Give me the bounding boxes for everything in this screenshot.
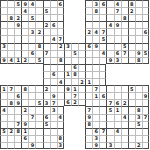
cell-r6c14[interactable] <box>99 43 106 50</box>
cell-r20c14[interactable] <box>99 142 106 149</box>
cell-r1c4[interactable] <box>28 7 35 14</box>
cell-r9c6[interactable] <box>43 64 50 71</box>
cell-r3c18[interactable] <box>128 21 135 28</box>
void-r9c15 <box>106 64 113 71</box>
cell-r19c19[interactable] <box>135 135 142 142</box>
cell-r3c8[interactable] <box>57 21 64 28</box>
cell-r12c16[interactable] <box>114 85 121 92</box>
cell-r15c13[interactable] <box>92 106 99 113</box>
cell-r19c12[interactable] <box>85 135 92 142</box>
cell-r6c4[interactable] <box>28 43 35 50</box>
cell-r5c12[interactable] <box>85 35 92 42</box>
cell-r2c7[interactable] <box>50 14 57 21</box>
cell-r8c18[interactable] <box>128 57 135 64</box>
cell-r2c13[interactable] <box>92 14 99 21</box>
void-r10c4 <box>28 71 35 78</box>
cell-r1c14[interactable] <box>99 7 106 14</box>
cell-r14c4[interactable] <box>28 99 35 106</box>
cell-r19c16[interactable] <box>114 135 121 142</box>
cell-r6c11[interactable] <box>78 43 85 50</box>
cell-r5c6[interactable] <box>43 35 50 42</box>
cell-r16c18[interactable] <box>128 114 135 121</box>
cell-r5c13[interactable] <box>92 35 99 42</box>
cell-r12c17[interactable] <box>121 85 128 92</box>
cell-r8c13[interactable] <box>92 57 99 64</box>
cell-r11c13[interactable] <box>92 78 99 85</box>
void-r0c11 <box>78 0 85 7</box>
cell-r5c19[interactable] <box>135 35 142 42</box>
cell-r6c15[interactable] <box>106 43 113 50</box>
cell-r12c5[interactable] <box>35 85 42 92</box>
cell-r12c7[interactable] <box>50 85 57 92</box>
cell-r10c6[interactable] <box>43 71 50 78</box>
cell-r4c7[interactable] <box>50 28 57 35</box>
cell-r1c0[interactable] <box>0 7 7 14</box>
cell-r10c13[interactable] <box>92 71 99 78</box>
given-digit-r14c17: 2 <box>121 99 128 106</box>
cell-r4c3[interactable] <box>21 28 28 35</box>
cell-r20c5[interactable] <box>35 142 42 149</box>
void-r5c9 <box>64 35 71 42</box>
cell-r14c11[interactable] <box>78 99 85 106</box>
cell-r17c8[interactable] <box>57 121 64 128</box>
cell-r13c9[interactable] <box>64 92 71 99</box>
given-digit-r5c14: 5 <box>99 35 106 42</box>
cell-r13c5[interactable] <box>35 92 42 99</box>
void-r20c11 <box>78 142 85 149</box>
cell-r11c6[interactable] <box>43 78 50 85</box>
void-r16c11 <box>78 114 85 121</box>
cell-r20c7[interactable] <box>50 142 57 149</box>
void-r15c9 <box>64 106 71 113</box>
void-r3c10 <box>71 21 78 28</box>
cell-r3c3[interactable] <box>21 21 28 28</box>
cell-r15c18[interactable] <box>128 106 135 113</box>
cell-r0c19[interactable] <box>135 0 142 7</box>
cell-r17c7[interactable] <box>50 121 57 128</box>
cell-r2c19[interactable] <box>135 14 142 21</box>
cell-r13c6[interactable] <box>43 92 50 99</box>
cell-r2c5[interactable] <box>35 14 42 21</box>
cell-r2c8[interactable] <box>57 14 64 21</box>
cell-r2c14[interactable] <box>99 14 106 21</box>
cell-r16c1[interactable] <box>7 114 14 121</box>
cell-r6c20[interactable] <box>142 43 149 50</box>
cell-r17c14[interactable] <box>99 121 106 128</box>
cell-r17c17[interactable] <box>121 121 128 128</box>
cell-r4c1[interactable] <box>7 28 14 35</box>
cell-r16c16[interactable] <box>114 114 121 121</box>
cell-r4c15[interactable] <box>106 28 113 35</box>
cell-r7c15[interactable] <box>106 50 113 57</box>
cell-r9c8[interactable] <box>57 64 64 71</box>
cell-r7c9[interactable] <box>64 50 71 57</box>
cell-r2c16[interactable] <box>114 14 121 21</box>
cell-r13c1[interactable] <box>7 92 14 99</box>
cell-r19c17[interactable] <box>121 135 128 142</box>
cell-r3c4[interactable] <box>28 21 35 28</box>
cell-r7c1[interactable] <box>7 50 14 57</box>
cell-r10c11[interactable] <box>78 71 85 78</box>
cell-r1c15[interactable] <box>106 7 113 14</box>
void-r9c17 <box>121 64 128 71</box>
cell-r5c1[interactable] <box>7 35 14 42</box>
cell-r13c4[interactable] <box>28 92 35 99</box>
cell-r19c20[interactable] <box>142 135 149 142</box>
cell-r10c8[interactable] <box>57 71 64 78</box>
cell-r6c2[interactable] <box>14 43 21 50</box>
cell-r20c17[interactable] <box>121 142 128 149</box>
given-digit-r8c1: 4 <box>7 57 14 64</box>
cell-r8c14[interactable] <box>99 57 106 64</box>
cell-r5c17[interactable] <box>121 35 128 42</box>
cell-r18c5[interactable] <box>35 128 42 135</box>
void-r10c20 <box>142 71 149 78</box>
given-digit-r1c6: 5 <box>43 7 50 14</box>
cell-r8c6[interactable] <box>43 57 50 64</box>
cell-r9c11[interactable] <box>78 64 85 71</box>
cell-r6c19[interactable] <box>135 43 142 50</box>
cell-r18c15[interactable] <box>106 128 113 135</box>
cell-r2c3[interactable] <box>21 14 28 21</box>
cell-r11c14[interactable] <box>99 78 106 85</box>
cell-r15c5[interactable] <box>35 106 42 113</box>
cell-r0c15[interactable] <box>106 0 113 7</box>
void-r1c9 <box>64 7 71 14</box>
void-r10c3 <box>21 71 28 78</box>
cell-r16c14[interactable] <box>99 114 106 121</box>
cell-r17c18[interactable] <box>128 121 135 128</box>
cell-r17c1[interactable] <box>7 121 14 128</box>
cell-r6c18[interactable] <box>128 43 135 50</box>
cell-r14c19[interactable] <box>135 99 142 106</box>
cell-r9c7[interactable] <box>50 64 57 71</box>
cell-r19c5[interactable] <box>35 135 42 142</box>
cell-r5c15[interactable] <box>106 35 113 42</box>
given-digit-r6c5: 8 <box>35 43 42 50</box>
given-digit-r12c1: 7 <box>7 85 14 92</box>
cell-r13c15[interactable] <box>106 92 113 99</box>
cell-r6c7[interactable] <box>50 43 57 50</box>
given-digit-r4c20: 6 <box>142 28 149 35</box>
cell-r1c2[interactable] <box>14 7 21 14</box>
cell-r0c0[interactable] <box>0 0 7 7</box>
cell-r20c16[interactable] <box>114 142 121 149</box>
cell-r4c18[interactable] <box>128 28 135 35</box>
cell-r8c10[interactable] <box>71 57 78 64</box>
cell-r13c18[interactable] <box>128 92 135 99</box>
cell-r11c10[interactable] <box>71 78 78 85</box>
cell-r7c5[interactable] <box>35 50 42 57</box>
cell-r13c12[interactable] <box>85 92 92 99</box>
cell-r7c2[interactable] <box>14 50 21 57</box>
cell-r14c3[interactable] <box>21 99 28 106</box>
cell-r17c16[interactable] <box>114 121 121 128</box>
cell-r6c6[interactable] <box>43 43 50 50</box>
cell-r3c19[interactable] <box>135 21 142 28</box>
cell-r13c19[interactable] <box>135 92 142 99</box>
cell-r0c17[interactable] <box>121 0 128 7</box>
void-r9c5 <box>35 64 42 71</box>
cell-r14c18[interactable] <box>128 99 135 106</box>
given-digit-r3c15: 4 <box>106 21 113 28</box>
cell-r0c7[interactable] <box>50 0 57 7</box>
cell-r18c12[interactable] <box>85 128 92 135</box>
void-r11c2 <box>14 78 21 85</box>
given-digit-r18c1: 2 <box>7 128 14 135</box>
cell-r1c17[interactable] <box>121 7 128 14</box>
cell-r14c20[interactable] <box>142 99 149 106</box>
cell-r19c14[interactable] <box>99 135 106 142</box>
cell-r0c5[interactable] <box>35 0 42 7</box>
cell-r12c15[interactable] <box>106 85 113 92</box>
cell-r12c11[interactable] <box>78 85 85 92</box>
cell-r15c20[interactable] <box>142 106 149 113</box>
cell-r20c6[interactable] <box>43 142 50 149</box>
cell-r1c12[interactable] <box>85 7 92 14</box>
cell-r0c12[interactable] <box>85 0 92 7</box>
cell-r17c15[interactable] <box>106 121 113 128</box>
cell-r13c8[interactable] <box>57 92 64 99</box>
void-r11c18 <box>128 78 135 85</box>
cell-r13c3[interactable] <box>21 92 28 99</box>
cell-r13c16[interactable] <box>114 92 121 99</box>
cell-r18c6[interactable] <box>43 128 50 135</box>
cell-r7c7[interactable] <box>50 50 57 57</box>
cell-r8c20[interactable] <box>142 57 149 64</box>
cell-r14c8[interactable] <box>57 99 64 106</box>
cell-r3c1[interactable] <box>7 21 14 28</box>
cell-r19c2[interactable] <box>14 135 21 142</box>
cell-r7c0[interactable] <box>0 50 7 57</box>
cell-r2c20[interactable] <box>142 14 149 21</box>
cell-r4c8[interactable] <box>57 28 64 35</box>
cell-r20c0[interactable] <box>0 142 7 149</box>
cell-r14c13[interactable] <box>92 99 99 106</box>
cell-r3c13[interactable] <box>92 21 99 28</box>
cell-r18c8[interactable] <box>57 128 64 135</box>
given-digit-r12c6: 2 <box>43 85 50 92</box>
cell-r20c1[interactable] <box>7 142 14 149</box>
cell-r19c1[interactable] <box>7 135 14 142</box>
given-digit-r18c14: 7 <box>99 128 106 135</box>
cell-r3c0[interactable] <box>0 21 7 28</box>
cell-r5c5[interactable] <box>35 35 42 42</box>
cell-r9c12[interactable] <box>85 64 92 71</box>
cell-r17c20[interactable] <box>142 121 149 128</box>
cell-r16c3[interactable] <box>21 114 28 121</box>
cell-r9c13[interactable] <box>92 64 99 71</box>
void-r5c10 <box>71 35 78 42</box>
cell-r1c19[interactable] <box>135 7 142 14</box>
cell-r15c2[interactable] <box>14 106 21 113</box>
void-r2c10 <box>71 14 78 21</box>
cell-r10c12[interactable] <box>85 71 92 78</box>
given-digit-r14c15: 7 <box>106 99 113 106</box>
cell-r12c14[interactable] <box>99 85 106 92</box>
cell-r18c20[interactable] <box>142 128 149 135</box>
void-r9c20 <box>142 64 149 71</box>
cell-r17c0[interactable] <box>0 121 7 128</box>
cell-r10c14[interactable] <box>99 71 106 78</box>
cell-r3c20[interactable] <box>142 21 149 28</box>
cell-r7c3[interactable] <box>21 50 28 57</box>
cell-r5c3[interactable] <box>21 35 28 42</box>
cell-r1c5[interactable] <box>35 7 42 14</box>
given-digit-r7c14: 4 <box>99 50 106 57</box>
cell-r20c3[interactable] <box>21 142 28 149</box>
cell-r15c17[interactable] <box>121 106 128 113</box>
cell-r12c20[interactable] <box>142 85 149 92</box>
cell-r2c6[interactable] <box>43 14 50 21</box>
cell-r1c7[interactable] <box>50 7 57 14</box>
cell-r17c5[interactable] <box>35 121 42 128</box>
given-digit-r13c10: 7 <box>71 92 78 99</box>
void-r11c5 <box>35 78 42 85</box>
cell-r9c9[interactable] <box>64 64 71 71</box>
cell-r13c17[interactable] <box>121 92 128 99</box>
cell-r12c4[interactable] <box>28 85 35 92</box>
cell-r11c9[interactable] <box>64 78 71 85</box>
cell-r16c7[interactable] <box>50 114 57 121</box>
cell-r19c0[interactable] <box>0 135 7 142</box>
cell-r5c0[interactable] <box>0 35 7 42</box>
cell-r11c7[interactable] <box>50 78 57 85</box>
given-digit-r4c14: 7 <box>99 28 106 35</box>
void-r19c9 <box>64 135 71 142</box>
cell-r20c12[interactable] <box>85 142 92 149</box>
void-r11c15 <box>106 78 113 85</box>
cell-r14c0[interactable] <box>0 99 7 106</box>
cell-r12c12[interactable] <box>85 85 92 92</box>
cell-r1c20[interactable] <box>142 7 149 14</box>
cell-r4c2[interactable] <box>14 28 21 35</box>
cell-r7c8[interactable] <box>57 50 64 57</box>
cell-r3c14[interactable] <box>99 21 106 28</box>
cell-r2c12[interactable] <box>85 14 92 21</box>
cell-r16c15[interactable] <box>106 114 113 121</box>
cell-r4c17[interactable] <box>121 28 128 35</box>
cell-r2c0[interactable] <box>0 14 7 21</box>
cell-r15c4[interactable] <box>28 106 35 113</box>
given-digit-r12c18: 5 <box>128 85 135 92</box>
cell-r14c12[interactable] <box>85 99 92 106</box>
cell-r13c11[interactable] <box>78 92 85 99</box>
cell-r20c20[interactable] <box>142 142 149 149</box>
cell-r12c8[interactable] <box>57 85 64 92</box>
cell-r14c14[interactable] <box>99 99 106 106</box>
given-digit-r6c17: 5 <box>121 43 128 50</box>
cell-r13c0[interactable] <box>0 92 7 99</box>
given-digit-r8c19: 8 <box>135 57 142 64</box>
cell-r19c4[interactable] <box>28 135 35 142</box>
cell-r0c1[interactable] <box>7 0 14 7</box>
cell-r1c1[interactable] <box>7 7 14 14</box>
given-digit-r11c8: 4 <box>57 78 64 85</box>
cell-r4c6[interactable] <box>43 28 50 35</box>
given-digit-r16c12: 9 <box>85 114 92 121</box>
cell-r18c19[interactable] <box>135 128 142 135</box>
cell-r6c10[interactable] <box>71 43 78 50</box>
cell-r4c0[interactable] <box>0 28 7 35</box>
cell-r3c12[interactable] <box>85 21 92 28</box>
cell-r18c17[interactable] <box>121 128 128 135</box>
cell-r16c0[interactable] <box>0 114 7 121</box>
cell-r8c12[interactable] <box>85 57 92 64</box>
cell-r15c8[interactable] <box>57 106 64 113</box>
cell-r5c4[interactable] <box>28 35 35 42</box>
void-r9c3 <box>21 64 28 71</box>
void-r5c11 <box>78 35 85 42</box>
void-r4c10 <box>71 28 78 35</box>
cell-r8c17[interactable] <box>121 57 128 64</box>
cell-r12c19[interactable] <box>135 85 142 92</box>
cell-r6c3[interactable] <box>21 43 28 50</box>
cell-r15c14[interactable] <box>99 106 106 113</box>
cell-r19c6[interactable] <box>43 135 50 142</box>
cell-r16c2[interactable] <box>14 114 21 121</box>
given-digit-r20c8: 3 <box>57 142 64 149</box>
given-digit-r3c2: 9 <box>14 21 21 28</box>
cell-r5c16[interactable] <box>114 35 121 42</box>
cell-r20c18[interactable] <box>128 142 135 149</box>
cell-r4c16[interactable] <box>114 28 121 35</box>
cell-r19c18[interactable] <box>128 135 135 142</box>
cell-r18c4[interactable] <box>28 128 35 135</box>
given-digit-r15c0: 4 <box>0 106 7 113</box>
cell-r7c18[interactable] <box>128 50 135 57</box>
given-digit-r16c20: 7 <box>142 114 149 121</box>
cell-r6c1[interactable] <box>7 43 14 50</box>
given-digit-r13c7: 9 <box>50 92 57 99</box>
cell-r8c9[interactable] <box>64 57 71 64</box>
cell-r20c2[interactable] <box>14 142 21 149</box>
cell-r1c8[interactable] <box>57 7 64 14</box>
cell-r2c18[interactable] <box>128 14 135 21</box>
cell-r0c6[interactable] <box>43 0 50 7</box>
cell-r7c12[interactable] <box>85 50 92 57</box>
cell-r19c7[interactable] <box>50 135 57 142</box>
cell-r8c4[interactable] <box>28 57 35 64</box>
cell-r17c4[interactable] <box>28 121 35 128</box>
cell-r3c17[interactable] <box>121 21 128 28</box>
cell-r2c15[interactable] <box>106 14 113 21</box>
cell-r16c13[interactable] <box>92 114 99 121</box>
cell-r5c20[interactable] <box>142 35 149 42</box>
cell-r9c14[interactable] <box>99 64 106 71</box>
cell-r18c7[interactable] <box>50 128 57 135</box>
cell-r4c19[interactable] <box>135 28 142 35</box>
given-digit-r7c16: 6 <box>114 50 121 57</box>
cell-r6c16[interactable] <box>114 43 121 50</box>
cell-r12c2[interactable] <box>14 85 21 92</box>
cell-r5c2[interactable] <box>14 35 21 42</box>
cell-r8c11[interactable] <box>78 57 85 64</box>
cell-r7c13[interactable] <box>92 50 99 57</box>
cell-r19c15[interactable] <box>106 135 113 142</box>
cell-r8c7[interactable] <box>50 57 57 64</box>
cell-r0c20[interactable] <box>142 0 149 7</box>
cell-r15c1[interactable] <box>7 106 14 113</box>
given-digit-r13c14: 6 <box>99 92 106 99</box>
cell-r5c18[interactable] <box>128 35 135 42</box>
cell-r18c18[interactable] <box>128 128 135 135</box>
cell-r17c13[interactable] <box>92 121 99 128</box>
cell-r3c5[interactable] <box>35 21 42 28</box>
cell-r16c5[interactable] <box>35 114 42 121</box>
cell-r7c11[interactable] <box>78 50 85 57</box>
cell-r15c6[interactable] <box>43 106 50 113</box>
